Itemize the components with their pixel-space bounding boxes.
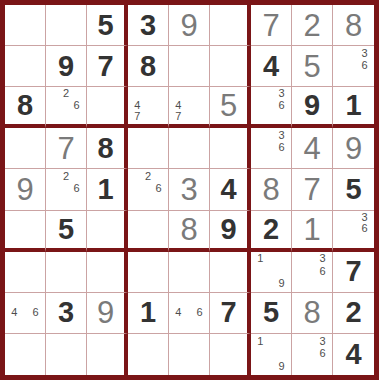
digit-solved: 4 xyxy=(303,133,320,164)
cell-r1c9[interactable]: 8 xyxy=(333,5,374,46)
digit-solved: 2 xyxy=(303,10,320,41)
cell-r1c7[interactable]: 7 xyxy=(251,5,292,46)
cell-r5c7[interactable]: 8 xyxy=(251,169,292,210)
digit-solved: 9 xyxy=(345,133,362,164)
cell-r1c2[interactable] xyxy=(46,5,87,46)
pencil-marks: 46 xyxy=(173,294,205,331)
digit-solved: 7 xyxy=(303,174,320,205)
digit-given: 9 xyxy=(220,215,236,244)
pencil-marks: 26 xyxy=(50,88,82,122)
cell-r8c1[interactable]: 46 xyxy=(5,293,46,334)
pencil-marks: 36 xyxy=(337,212,370,246)
cell-r8c9[interactable]: 2 xyxy=(333,293,374,334)
cell-r7c4[interactable] xyxy=(128,252,169,293)
digit-solved: 8 xyxy=(180,214,197,245)
cell-r1c6[interactable] xyxy=(210,5,251,46)
cell-r5c3[interactable]: 1 xyxy=(87,169,128,210)
digit-given: 4 xyxy=(345,340,361,369)
sudoku-board: 5397289784536826474753691783649926126348… xyxy=(0,0,379,380)
digit-solved: 1 xyxy=(303,214,320,245)
cell-r5c1[interactable]: 9 xyxy=(5,169,46,210)
digit-given: 3 xyxy=(58,298,74,327)
cell-r5c4[interactable]: 26 xyxy=(128,169,169,210)
digit-given: 5 xyxy=(345,175,361,204)
digit-solved: 7 xyxy=(262,10,279,41)
cell-r4c1[interactable] xyxy=(5,128,46,169)
candidate-mark: 1 xyxy=(255,253,266,265)
cell-r1c1[interactable] xyxy=(5,5,46,46)
candidate-mark: 6 xyxy=(30,306,41,318)
candidate-mark: 7 xyxy=(132,111,143,122)
cell-r4c2[interactable]: 7 xyxy=(46,128,87,169)
candidate-mark: 7 xyxy=(173,111,184,122)
cell-r7c3[interactable] xyxy=(87,252,128,293)
cell-r2c9[interactable]: 36 xyxy=(333,46,374,87)
cell-r3c5[interactable]: 47 xyxy=(169,87,210,128)
pencil-marks: 36 xyxy=(296,335,328,373)
cell-r6c2[interactable]: 5 xyxy=(46,211,87,252)
cell-r6c9[interactable]: 36 xyxy=(333,211,374,252)
pencil-marks: 36 xyxy=(255,88,287,122)
cell-r4c9[interactable]: 9 xyxy=(333,128,374,169)
pencil-marks: 47 xyxy=(173,88,205,122)
cell-r9c4[interactable] xyxy=(128,334,169,375)
cell-r3c6[interactable]: 5 xyxy=(210,87,251,128)
digit-given: 2 xyxy=(263,215,279,244)
cell-r5c6[interactable]: 4 xyxy=(210,169,251,210)
digit-given: 4 xyxy=(263,52,279,81)
candidate-mark: 6 xyxy=(276,142,287,154)
digit-solved: 8 xyxy=(303,297,320,328)
cell-r1c8[interactable]: 2 xyxy=(292,5,333,46)
candidate-mark: 6 xyxy=(359,59,370,71)
cell-r3c9[interactable]: 1 xyxy=(333,87,374,128)
digit-given: 7 xyxy=(97,52,113,81)
candidate-mark: 6 xyxy=(317,265,328,277)
cell-r4c6[interactable] xyxy=(210,128,251,169)
digit-solved: 7 xyxy=(57,133,74,164)
cell-r6c7[interactable]: 2 xyxy=(251,211,292,252)
cell-r3c1[interactable]: 8 xyxy=(5,87,46,128)
cell-r2c2[interactable]: 9 xyxy=(46,46,87,87)
candidate-mark: 3 xyxy=(276,88,287,99)
pencil-marks: 19 xyxy=(255,253,287,290)
cell-r2c5[interactable] xyxy=(169,46,210,87)
digit-given: 1 xyxy=(345,91,361,120)
cell-r8c2[interactable]: 3 xyxy=(46,293,87,334)
cell-r4c5[interactable] xyxy=(169,128,210,169)
cell-r1c3[interactable]: 5 xyxy=(87,5,128,46)
cell-r9c9[interactable]: 4 xyxy=(333,334,374,375)
candidate-mark: 3 xyxy=(276,129,287,141)
cell-r2c4[interactable]: 8 xyxy=(128,46,169,87)
cell-r7c7[interactable]: 19 xyxy=(251,252,292,293)
cell-r8c3[interactable]: 9 xyxy=(87,293,128,334)
cell-r3c7[interactable]: 36 xyxy=(251,87,292,128)
cell-r9c6[interactable] xyxy=(210,334,251,375)
cell-r7c9[interactable]: 7 xyxy=(333,252,374,293)
cell-r6c5[interactable]: 8 xyxy=(169,211,210,252)
cell-r5c2[interactable]: 26 xyxy=(46,169,87,210)
candidate-mark: 6 xyxy=(359,223,370,234)
cell-r3c4[interactable]: 47 xyxy=(128,87,169,128)
cell-r6c4[interactable] xyxy=(128,211,169,252)
cell-r5c9[interactable]: 5 xyxy=(333,169,374,210)
pencil-marks: 36 xyxy=(255,129,287,166)
candidate-mark: 9 xyxy=(276,360,287,373)
digit-given: 7 xyxy=(220,298,236,327)
cell-r6c6[interactable]: 9 xyxy=(210,211,251,252)
digit-given: 8 xyxy=(97,134,113,163)
cell-r7c2[interactable] xyxy=(46,252,87,293)
digit-given: 4 xyxy=(220,175,236,204)
pencil-marks: 47 xyxy=(132,88,164,122)
candidate-mark: 6 xyxy=(71,100,82,111)
digit-solved: 9 xyxy=(180,10,197,41)
candidate-mark: 6 xyxy=(153,183,164,195)
digit-solved: 5 xyxy=(303,51,320,82)
cell-r9c8[interactable]: 36 xyxy=(292,334,333,375)
cell-r9c5[interactable] xyxy=(169,334,210,375)
pencil-marks: 36 xyxy=(296,253,328,290)
candidate-mark: 4 xyxy=(173,306,184,318)
digit-given: 5 xyxy=(97,11,113,40)
cell-r6c3[interactable] xyxy=(87,211,128,252)
cell-r9c3[interactable] xyxy=(87,334,128,375)
cell-r3c8[interactable]: 9 xyxy=(292,87,333,128)
digit-given: 7 xyxy=(345,257,361,286)
digit-solved: 5 xyxy=(220,90,237,121)
cell-r8c5[interactable]: 46 xyxy=(169,293,210,334)
digit-given: 1 xyxy=(97,175,113,204)
cell-r4c4[interactable] xyxy=(128,128,169,169)
cell-r9c7[interactable]: 19 xyxy=(251,334,292,375)
candidate-mark: 6 xyxy=(317,348,328,361)
cell-r7c8[interactable]: 36 xyxy=(292,252,333,293)
candidate-mark: 4 xyxy=(9,306,20,318)
candidate-mark: 3 xyxy=(317,335,328,348)
pencil-marks: 26 xyxy=(50,170,82,207)
pencil-marks: 46 xyxy=(9,294,41,331)
cell-r3c2[interactable]: 26 xyxy=(46,87,87,128)
pencil-marks: 26 xyxy=(132,170,164,207)
cell-r5c5[interactable]: 3 xyxy=(169,169,210,210)
cell-r2c7[interactable]: 4 xyxy=(251,46,292,87)
cell-r9c1[interactable] xyxy=(5,334,46,375)
cell-r8c8[interactable]: 8 xyxy=(292,293,333,334)
cell-r1c5[interactable]: 9 xyxy=(169,5,210,46)
digit-solved: 3 xyxy=(180,174,197,205)
pencil-marks: 19 xyxy=(255,335,287,373)
digit-solved: 8 xyxy=(345,10,362,41)
cell-r4c8[interactable]: 4 xyxy=(292,128,333,169)
digit-given: 8 xyxy=(140,52,156,81)
candidate-mark: 3 xyxy=(317,253,328,265)
cell-r8c7[interactable]: 5 xyxy=(251,293,292,334)
cell-r8c4[interactable]: 1 xyxy=(128,293,169,334)
candidate-mark: 6 xyxy=(194,306,205,318)
candidate-mark: 2 xyxy=(61,170,72,182)
candidate-mark: 1 xyxy=(255,335,266,348)
digit-given: 2 xyxy=(345,298,361,327)
cell-r7c1[interactable] xyxy=(5,252,46,293)
cell-r4c3[interactable]: 8 xyxy=(87,128,128,169)
cell-r4c7[interactable]: 36 xyxy=(251,128,292,169)
cell-r7c5[interactable] xyxy=(169,252,210,293)
cell-r7c6[interactable] xyxy=(210,252,251,293)
digit-given: 5 xyxy=(58,215,74,244)
cell-r5c8[interactable]: 7 xyxy=(292,169,333,210)
cell-r2c3[interactable]: 7 xyxy=(87,46,128,87)
digit-solved: 8 xyxy=(262,174,279,205)
candidate-mark: 3 xyxy=(359,47,370,59)
candidate-mark: 9 xyxy=(276,277,287,289)
cell-r8c6[interactable]: 7 xyxy=(210,293,251,334)
digit-given: 5 xyxy=(263,298,279,327)
cell-r9c2[interactable] xyxy=(46,334,87,375)
candidate-mark: 6 xyxy=(276,100,287,111)
candidate-mark: 6 xyxy=(71,183,82,195)
digit-solved: 9 xyxy=(97,297,114,328)
cell-r6c8[interactable]: 1 xyxy=(292,211,333,252)
candidate-mark: 2 xyxy=(143,170,154,182)
cell-r2c6[interactable] xyxy=(210,46,251,87)
digit-given: 9 xyxy=(58,52,74,81)
pencil-marks: 36 xyxy=(337,47,370,84)
cell-r2c8[interactable]: 5 xyxy=(292,46,333,87)
cell-r3c3[interactable] xyxy=(87,87,128,128)
digit-solved: 9 xyxy=(16,174,33,205)
digit-given: 9 xyxy=(304,91,320,120)
digit-given: 1 xyxy=(140,298,156,327)
digit-given: 8 xyxy=(17,91,33,120)
cell-r1c4[interactable]: 3 xyxy=(128,5,169,46)
cell-r2c1[interactable] xyxy=(5,46,46,87)
candidate-mark: 2 xyxy=(61,88,72,99)
cell-r6c1[interactable] xyxy=(5,211,46,252)
digit-given: 3 xyxy=(140,11,156,40)
